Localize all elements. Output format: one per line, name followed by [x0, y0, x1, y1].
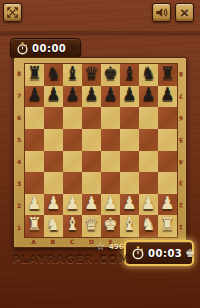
square-c6[interactable]: [63, 107, 82, 129]
square-h3[interactable]: [158, 172, 177, 194]
square-a3[interactable]: [25, 172, 44, 194]
square-d2[interactable]: ♟: [82, 194, 101, 216]
white-king[interactable]: ♚: [103, 216, 117, 234]
square-f3[interactable]: [120, 172, 139, 194]
square-d4[interactable]: [82, 151, 101, 173]
square-c1[interactable]: ♝: [63, 215, 82, 237]
square-b4[interactable]: [44, 151, 63, 173]
square-f8[interactable]: ♝: [120, 64, 139, 86]
black-pawn[interactable]: ♟: [122, 87, 136, 105]
board-grid: ♜♞♝♛♚♝♞♜♟♟♟♟♟♟♟♟♟♟♟♟♟♟♟♟♜♞♝♛♚♝♞♜: [24, 63, 178, 238]
black-pawn[interactable]: ♟: [160, 87, 174, 105]
square-g2[interactable]: ♟: [139, 194, 158, 216]
white-pawn[interactable]: ♟: [103, 195, 117, 213]
square-e5[interactable]: [101, 129, 120, 151]
square-g1[interactable]: ♞: [139, 215, 158, 237]
black-rook[interactable]: ♜: [27, 65, 41, 83]
square-d8[interactable]: ♛: [82, 64, 101, 86]
square-c2[interactable]: ♟: [63, 194, 82, 216]
square-b7[interactable]: ♟: [44, 86, 63, 108]
black-timer: 00:00 ♚: [10, 38, 81, 59]
square-g3[interactable]: [139, 172, 158, 194]
black-pawn[interactable]: ♟: [46, 87, 60, 105]
rank-label-7: 7: [14, 85, 24, 107]
square-g7[interactable]: ♟: [139, 86, 158, 108]
white-timer: 00:03 ♚: [124, 240, 194, 266]
white-bishop[interactable]: ♝: [65, 216, 79, 234]
square-c7[interactable]: ♟: [63, 86, 82, 108]
white-knight[interactable]: ♞: [141, 216, 155, 234]
rank-label-6: 6: [14, 107, 24, 129]
white-pawn[interactable]: ♟: [46, 195, 60, 213]
square-a2[interactable]: ♟: [25, 194, 44, 216]
black-pawn[interactable]: ♟: [141, 87, 155, 105]
rank-label-5: 5: [14, 129, 24, 151]
square-d6[interactable]: [82, 107, 101, 129]
white-pawn[interactable]: ♟: [160, 195, 174, 213]
square-c3[interactable]: [63, 172, 82, 194]
square-e7[interactable]: ♟: [101, 86, 120, 108]
rank-label-3: 3: [14, 172, 24, 194]
square-h4[interactable]: [158, 151, 177, 173]
stopwatch-icon: [131, 246, 145, 260]
square-f5[interactable]: [120, 129, 139, 151]
square-c8[interactable]: ♝: [63, 64, 82, 86]
rank-labels-left: 87654321: [14, 63, 24, 238]
black-pawn[interactable]: ♟: [27, 87, 41, 105]
stopwatch-icon: [16, 42, 29, 55]
square-g4[interactable]: [139, 151, 158, 173]
black-knight[interactable]: ♞: [46, 65, 60, 83]
black-bishop[interactable]: ♝: [122, 65, 136, 83]
black-rook[interactable]: ♜: [160, 65, 174, 83]
black-pawn[interactable]: ♟: [84, 87, 98, 105]
white-pawn[interactable]: ♟: [122, 195, 136, 213]
rank-label-4: 4: [14, 151, 24, 173]
square-e2[interactable]: ♟: [101, 194, 120, 216]
black-pawn[interactable]: ♟: [65, 87, 79, 105]
fullscreen-button[interactable]: [3, 3, 22, 22]
white-pawn[interactable]: ♟: [141, 195, 155, 213]
black-queen[interactable]: ♛: [84, 65, 98, 83]
square-b6[interactable]: [44, 107, 63, 129]
square-c5[interactable]: [63, 129, 82, 151]
square-g5[interactable]: [139, 129, 158, 151]
square-a7[interactable]: ♟: [25, 86, 44, 108]
square-a6[interactable]: [25, 107, 44, 129]
game-window: × 00:00 ♚ 87654321 87654321 ABCDEFGH ♜♞♝…: [0, 0, 200, 308]
square-b8[interactable]: ♞: [44, 64, 63, 86]
white-king-icon: ♚: [185, 248, 195, 259]
speaker-icon: [155, 6, 168, 19]
rank-label-2: 2: [14, 194, 24, 216]
chess-board: 87654321 87654321 ABCDEFGH ♜♞♝♛♚♝♞♜♟♟♟♟♟…: [13, 57, 187, 248]
square-d1[interactable]: ♛: [82, 215, 101, 237]
white-rook[interactable]: ♜: [160, 216, 174, 234]
sound-button[interactable]: [152, 3, 171, 22]
rank-label-1: 1: [14, 216, 24, 238]
expand-arrows-icon: [6, 6, 19, 19]
white-pawn[interactable]: ♟: [84, 195, 98, 213]
white-queen[interactable]: ♛: [84, 216, 98, 234]
star-icon: ☆: [96, 242, 105, 252]
square-f2[interactable]: ♟: [120, 194, 139, 216]
square-a5[interactable]: [25, 129, 44, 151]
square-g6[interactable]: [139, 107, 158, 129]
square-e3[interactable]: [101, 172, 120, 194]
square-h7[interactable]: ♟: [158, 86, 177, 108]
square-e8[interactable]: ♚: [101, 64, 120, 86]
black-pawn[interactable]: ♟: [103, 87, 117, 105]
square-g8[interactable]: ♞: [139, 64, 158, 86]
white-rook[interactable]: ♜: [27, 216, 41, 234]
black-bishop[interactable]: ♝: [65, 65, 79, 83]
square-b1[interactable]: ♞: [44, 215, 63, 237]
white-time: 00:03: [148, 248, 182, 259]
white-knight[interactable]: ♞: [46, 216, 60, 234]
black-knight[interactable]: ♞: [141, 65, 155, 83]
square-d7[interactable]: ♟: [82, 86, 101, 108]
square-a1[interactable]: ♜: [25, 215, 44, 237]
square-h2[interactable]: ♟: [158, 194, 177, 216]
square-b5[interactable]: [44, 129, 63, 151]
square-a4[interactable]: [25, 151, 44, 173]
square-h5[interactable]: [158, 129, 177, 151]
square-f7[interactable]: ♟: [120, 86, 139, 108]
white-pawn[interactable]: ♟: [65, 195, 79, 213]
square-f1[interactable]: ♝: [120, 215, 139, 237]
black-king[interactable]: ♚: [103, 65, 117, 83]
close-icon: ×: [180, 5, 189, 20]
square-e4[interactable]: [101, 151, 120, 173]
square-c4[interactable]: [63, 151, 82, 173]
square-f4[interactable]: [120, 151, 139, 173]
square-h1[interactable]: ♜: [158, 215, 177, 237]
black-time: 00:00: [32, 43, 66, 54]
square-h8[interactable]: ♜: [158, 64, 177, 86]
square-d3[interactable]: [82, 172, 101, 194]
rank-label-8: 8: [14, 63, 24, 85]
black-king-icon: ♚: [69, 43, 79, 54]
white-bishop[interactable]: ♝: [122, 216, 136, 234]
watermark: PLAYRAGER.COM: [12, 253, 130, 266]
square-e6[interactable]: [101, 107, 120, 129]
white-pawn[interactable]: ♟: [27, 195, 41, 213]
square-f6[interactable]: [120, 107, 139, 129]
wood-seam: [0, 31, 200, 34]
square-e1[interactable]: ♚: [101, 215, 120, 237]
square-a8[interactable]: ♜: [25, 64, 44, 86]
square-b3[interactable]: [44, 172, 63, 194]
square-d5[interactable]: [82, 129, 101, 151]
close-button[interactable]: ×: [175, 3, 194, 22]
square-b2[interactable]: ♟: [44, 194, 63, 216]
square-h6[interactable]: [158, 107, 177, 129]
